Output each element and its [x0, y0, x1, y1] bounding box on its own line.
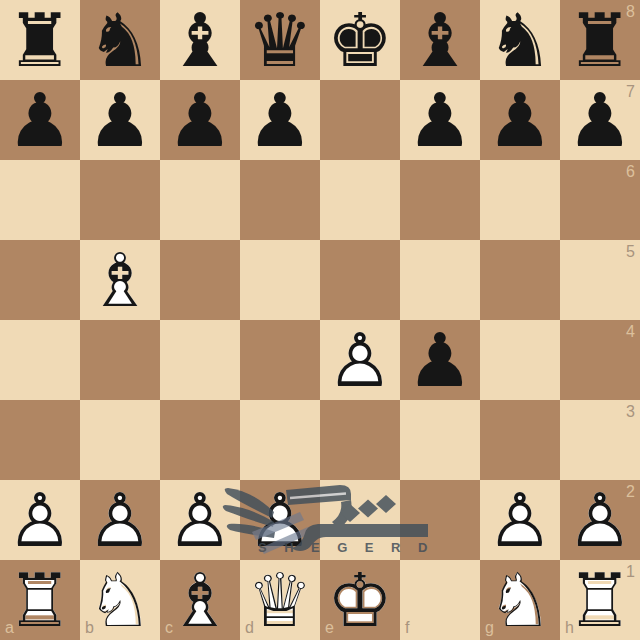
square-f5[interactable] — [400, 240, 480, 320]
rank-label-6: 6 — [626, 164, 635, 180]
file-label-g: g — [485, 620, 494, 636]
black-rook[interactable]: ♜ — [0, 0, 80, 80]
black-knight[interactable]: ♞ — [480, 0, 560, 80]
file-label-h: h — [565, 620, 574, 636]
square-h8[interactable]: ♜8 — [560, 0, 640, 80]
square-a7[interactable]: ♟ — [0, 80, 80, 160]
file-label-d: d — [245, 620, 254, 636]
square-d4[interactable] — [240, 320, 320, 400]
square-a3[interactable] — [0, 400, 80, 480]
square-d8[interactable]: ♛ — [240, 0, 320, 80]
file-label-e: e — [325, 620, 334, 636]
square-f6[interactable] — [400, 160, 480, 240]
square-h7[interactable]: ♟7 — [560, 80, 640, 160]
rank-label-4: 4 — [626, 324, 635, 340]
black-knight[interactable]: ♞ — [80, 0, 160, 80]
square-e4[interactable]: ♟♙ — [320, 320, 400, 400]
square-e3[interactable] — [320, 400, 400, 480]
square-c3[interactable] — [160, 400, 240, 480]
black-pawn[interactable]: ♟ — [400, 80, 480, 160]
square-g5[interactable] — [480, 240, 560, 320]
square-f1[interactable]: f — [400, 560, 480, 640]
square-g3[interactable] — [480, 400, 560, 480]
square-h5[interactable]: 5 — [560, 240, 640, 320]
square-b3[interactable] — [80, 400, 160, 480]
chess-board: ♜♞♝♛♚♝♞♜8♟♟♟♟♟♟♟76♝♗5♟♙♟43♟♙♟♙♟♙♟♙♟♙♟♙2♜… — [0, 0, 640, 640]
rank-label-8: 8 — [626, 4, 635, 20]
square-c8[interactable]: ♝ — [160, 0, 240, 80]
file-label-a: a — [5, 620, 14, 636]
white-pawn[interactable]: ♟♙ — [0, 480, 80, 560]
square-b2[interactable]: ♟♙ — [80, 480, 160, 560]
square-f4[interactable]: ♟ — [400, 320, 480, 400]
square-a1[interactable]: ♜♖a — [0, 560, 80, 640]
square-g8[interactable]: ♞ — [480, 0, 560, 80]
square-b5[interactable]: ♝♗ — [80, 240, 160, 320]
rank-label-3: 3 — [626, 404, 635, 420]
square-g1[interactable]: ♞♘g — [480, 560, 560, 640]
square-h4[interactable]: 4 — [560, 320, 640, 400]
square-e2[interactable] — [320, 480, 400, 560]
square-c1[interactable]: ♝♗c — [160, 560, 240, 640]
square-h2[interactable]: ♟♙2 — [560, 480, 640, 560]
square-e8[interactable]: ♚ — [320, 0, 400, 80]
square-e6[interactable] — [320, 160, 400, 240]
black-bishop[interactable]: ♝ — [160, 0, 240, 80]
file-label-c: c — [165, 620, 173, 636]
square-a5[interactable] — [0, 240, 80, 320]
square-g2[interactable]: ♟♙ — [480, 480, 560, 560]
file-label-f: f — [405, 620, 409, 636]
square-a8[interactable]: ♜ — [0, 0, 80, 80]
white-pawn[interactable]: ♟♙ — [480, 480, 560, 560]
black-queen[interactable]: ♛ — [240, 0, 320, 80]
square-g6[interactable] — [480, 160, 560, 240]
black-pawn[interactable]: ♟ — [240, 80, 320, 160]
square-c5[interactable] — [160, 240, 240, 320]
square-f3[interactable] — [400, 400, 480, 480]
square-e7[interactable] — [320, 80, 400, 160]
square-a4[interactable] — [0, 320, 80, 400]
square-h3[interactable]: 3 — [560, 400, 640, 480]
square-b1[interactable]: ♞♘b — [80, 560, 160, 640]
rank-label-1: 1 — [626, 564, 635, 580]
square-d5[interactable] — [240, 240, 320, 320]
square-g4[interactable] — [480, 320, 560, 400]
square-h6[interactable]: 6 — [560, 160, 640, 240]
square-f8[interactable]: ♝ — [400, 0, 480, 80]
square-b4[interactable] — [80, 320, 160, 400]
black-pawn[interactable]: ♟ — [80, 80, 160, 160]
square-h1[interactable]: ♜♖1h — [560, 560, 640, 640]
white-pawn[interactable]: ♟♙ — [320, 320, 400, 400]
square-c6[interactable] — [160, 160, 240, 240]
square-g7[interactable]: ♟ — [480, 80, 560, 160]
white-bishop[interactable]: ♝♗ — [80, 240, 160, 320]
square-d3[interactable] — [240, 400, 320, 480]
black-pawn[interactable]: ♟ — [480, 80, 560, 160]
square-a6[interactable] — [0, 160, 80, 240]
square-f2[interactable] — [400, 480, 480, 560]
square-b7[interactable]: ♟ — [80, 80, 160, 160]
square-d6[interactable] — [240, 160, 320, 240]
square-c4[interactable] — [160, 320, 240, 400]
rank-label-7: 7 — [626, 84, 635, 100]
black-pawn[interactable]: ♟ — [0, 80, 80, 160]
white-pawn[interactable]: ♟♙ — [160, 480, 240, 560]
white-pawn[interactable]: ♟♙ — [80, 480, 160, 560]
square-d7[interactable]: ♟ — [240, 80, 320, 160]
rank-label-2: 2 — [626, 484, 635, 500]
black-king[interactable]: ♚ — [320, 0, 400, 80]
square-d1[interactable]: ♛♕d — [240, 560, 320, 640]
rank-label-5: 5 — [626, 244, 635, 260]
square-a2[interactable]: ♟♙ — [0, 480, 80, 560]
square-e5[interactable] — [320, 240, 400, 320]
black-pawn[interactable]: ♟ — [160, 80, 240, 160]
square-b8[interactable]: ♞ — [80, 0, 160, 80]
square-f7[interactable]: ♟ — [400, 80, 480, 160]
black-bishop[interactable]: ♝ — [400, 0, 480, 80]
square-b6[interactable] — [80, 160, 160, 240]
white-pawn[interactable]: ♟♙ — [240, 480, 320, 560]
file-label-b: b — [85, 620, 94, 636]
square-e1[interactable]: ♚♔e — [320, 560, 400, 640]
square-c7[interactable]: ♟ — [160, 80, 240, 160]
square-c2[interactable]: ♟♙ — [160, 480, 240, 560]
black-pawn[interactable]: ♟ — [400, 320, 480, 400]
square-d2[interactable]: ♟♙ — [240, 480, 320, 560]
